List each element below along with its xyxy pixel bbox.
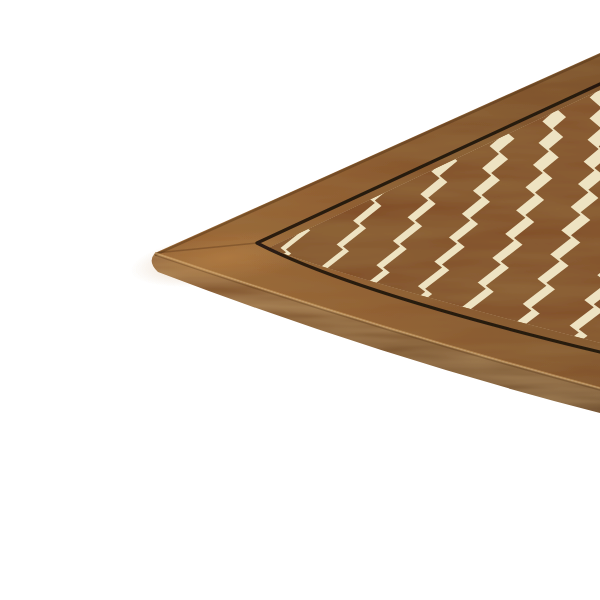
dark-square [265, 122, 313, 163]
dark-square [200, 146, 250, 188]
dark-square [245, 84, 289, 123]
dark-square [313, 120, 361, 161]
dark-square [423, 75, 467, 114]
dark-square [278, 102, 324, 142]
dark-square [298, 343, 364, 392]
dark-square [201, 86, 245, 125]
product-photo-stage [0, 0, 600, 600]
dark-square [371, 97, 417, 137]
chessboard-photo [0, 0, 600, 600]
dark-square [324, 99, 370, 139]
board [127, 53, 600, 413]
dark-square [217, 124, 265, 165]
dark-square [258, 321, 322, 369]
dark-square [290, 82, 334, 121]
dark-square [378, 77, 422, 116]
dark-square [250, 143, 300, 185]
dark-square [334, 79, 378, 118]
dark-square [194, 324, 258, 372]
dark-square [232, 104, 278, 144]
